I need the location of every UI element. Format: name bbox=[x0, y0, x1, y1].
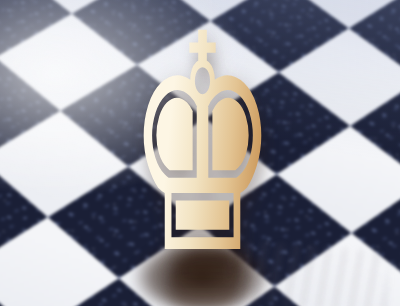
chess-photo: ♚ bbox=[0, 0, 400, 306]
white-king-piece: ♚ bbox=[126, 26, 278, 266]
white-king-glyph: ♚ bbox=[127, 26, 278, 266]
